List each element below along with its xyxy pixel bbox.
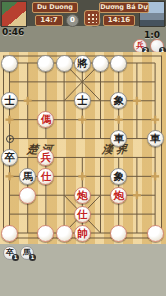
advisor-black-piece[interactable]: 士 <box>74 92 91 109</box>
cannon-red-piece[interactable]: 炮 <box>74 187 91 204</box>
left-player-clock: 0:46 <box>2 27 24 37</box>
captured-piece-icon: 兵2 <box>133 39 147 53</box>
captured-piece-icon: 卒1 <box>3 246 17 260</box>
horse-black-piece[interactable]: 馬 <box>19 168 36 185</box>
captured-piece-icon: 馬1 <box>20 246 34 260</box>
left-player-badge: 0 <box>66 14 79 27</box>
hidden-red-piece[interactable] <box>56 225 73 242</box>
last-move-marker-dot <box>9 138 11 140</box>
last-move-marker <box>6 135 14 143</box>
captured-tray-top-right: 兵21 <box>133 39 164 53</box>
captured-piece-icon: 1 <box>150 39 164 53</box>
general-black-piece[interactable]: 將 <box>74 55 91 72</box>
menu-button[interactable] <box>84 10 100 26</box>
cannon-red-piece[interactable]: 炮 <box>110 187 127 204</box>
hidden-red-piece[interactable] <box>1 225 18 242</box>
hidden-red-piece[interactable] <box>147 225 164 242</box>
right-player-name: Dương Bá Dự <box>99 2 149 13</box>
left-player-name: Du Duong <box>32 2 78 13</box>
hidden-black-piece[interactable] <box>56 55 73 72</box>
captured-tray-bottom-left: 卒1馬1 <box>3 246 34 260</box>
hidden-black-piece[interactable] <box>110 55 127 72</box>
elephant-black-piece[interactable]: 象 <box>110 168 127 185</box>
hidden-black-piece[interactable] <box>37 55 54 72</box>
left-player-rating: 14:7 <box>35 15 63 26</box>
general-red-piece[interactable]: 帥 <box>74 225 91 242</box>
chariot-black-piece[interactable]: 車 <box>147 130 164 147</box>
xiangqi-board[interactable]: 楚河 漢界 將士士象傌車車卒兵馬仕象炮炮仕帥 <box>0 52 166 244</box>
left-player-avatar[interactable] <box>1 1 27 27</box>
hidden-red-piece[interactable] <box>110 225 127 242</box>
grid-menu-icon <box>87 13 97 23</box>
hidden-red-piece[interactable] <box>19 187 36 204</box>
advisor-red-piece[interactable]: 仕 <box>74 206 91 223</box>
hidden-black-piece[interactable] <box>1 55 18 72</box>
captured-count-badge: 1 <box>29 254 36 261</box>
hidden-red-piece[interactable] <box>37 225 54 242</box>
soldier-black-piece[interactable]: 卒 <box>1 149 18 166</box>
hidden-black-piece[interactable] <box>92 55 109 72</box>
right-player-rating: 14:16 <box>103 15 135 26</box>
captured-count-badge: 1 <box>12 254 19 261</box>
